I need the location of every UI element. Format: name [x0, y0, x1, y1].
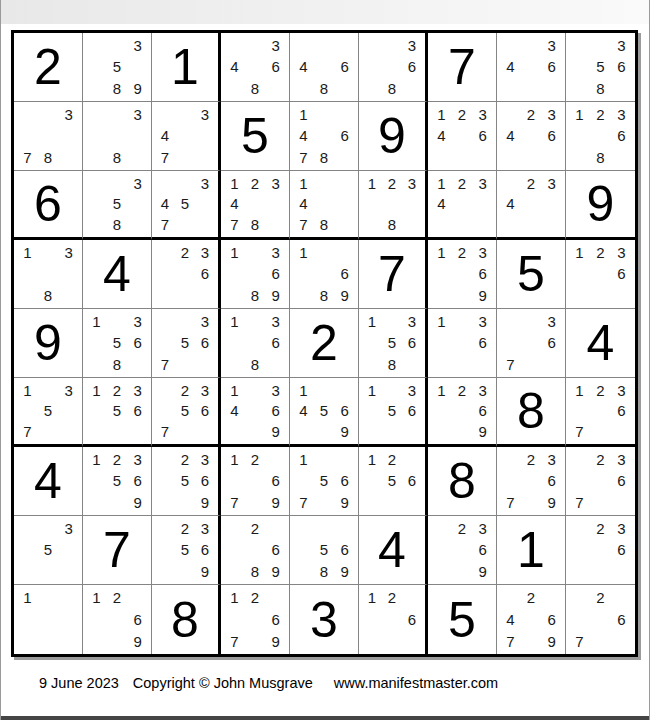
candidate-7 — [431, 354, 452, 375]
candidate-1: 1 — [86, 311, 107, 332]
candidate-8: 8 — [245, 78, 266, 99]
candidate-5 — [590, 401, 611, 422]
candidate-3 — [334, 173, 355, 194]
candidate-4 — [569, 263, 590, 284]
cell-r1c2: 3589 — [83, 33, 152, 102]
candidate-6: 6 — [127, 470, 148, 491]
cell-r9c3: 8 — [152, 585, 221, 654]
candidate-1 — [224, 518, 245, 539]
candidate-9 — [127, 354, 148, 375]
candidate-9: 9 — [265, 492, 286, 513]
cell-r3c9: 9 — [566, 171, 635, 240]
candidate-8 — [382, 421, 402, 442]
candidate-1 — [155, 311, 175, 332]
candidate-7 — [17, 285, 38, 306]
candidate-grid: 13568 — [362, 311, 422, 375]
candidate-8 — [175, 285, 195, 306]
candidate-7 — [362, 630, 382, 652]
cell-r7c5: 15679 — [290, 447, 359, 516]
cell-r6c7: 12369 — [428, 378, 497, 447]
candidate-7 — [431, 421, 452, 442]
candidate-1 — [86, 173, 107, 194]
candidate-8 — [38, 421, 59, 442]
candidate-5 — [590, 609, 611, 631]
candidate-3: 3 — [58, 242, 79, 263]
candidate-8 — [452, 285, 473, 306]
candidate-grid: 123569 — [86, 449, 148, 513]
cell-r8c8: 1 — [497, 516, 566, 585]
candidate-4: 4 — [224, 194, 245, 215]
candidate-5 — [452, 194, 473, 215]
candidate-6: 6 — [195, 332, 215, 353]
candidate-grid: 3457 — [155, 173, 215, 235]
candidate-3 — [334, 518, 355, 539]
candidate-8 — [452, 421, 473, 442]
candidate-8 — [382, 492, 402, 513]
candidate-5 — [245, 332, 266, 353]
candidate-6 — [541, 194, 562, 215]
candidate-9 — [334, 147, 355, 168]
candidate-4 — [569, 470, 590, 491]
candidate-3: 3 — [195, 518, 215, 539]
candidate-7: 7 — [293, 214, 314, 235]
candidate-3: 3 — [541, 311, 562, 332]
candidate-2 — [38, 518, 59, 539]
candidate-5: 5 — [314, 470, 335, 491]
candidate-6: 6 — [541, 125, 562, 146]
candidate-5 — [314, 194, 335, 215]
candidate-2: 2 — [590, 587, 611, 609]
candidate-4: 4 — [293, 401, 314, 422]
candidate-8 — [175, 147, 195, 168]
cell-r2c1: 378 — [14, 102, 83, 171]
candidate-8: 8 — [107, 78, 128, 99]
candidate-grid: 12356 — [86, 380, 148, 442]
candidate-6: 6 — [334, 125, 355, 146]
candidate-5 — [382, 194, 402, 215]
candidate-3: 3 — [611, 518, 632, 539]
candidate-7 — [362, 78, 382, 99]
candidate-6 — [195, 125, 215, 146]
candidate-7 — [569, 78, 590, 99]
big-digit: 7 — [103, 525, 131, 575]
candidate-7: 7 — [500, 354, 521, 375]
candidate-9 — [611, 147, 632, 168]
candidate-5: 5 — [590, 56, 611, 77]
candidate-9: 9 — [472, 285, 493, 306]
big-digit: 2 — [310, 318, 338, 368]
candidate-4 — [293, 263, 314, 284]
candidate-9 — [472, 214, 493, 235]
candidate-1 — [431, 518, 452, 539]
big-digit: 5 — [448, 595, 476, 645]
candidate-4 — [224, 539, 245, 560]
candidate-8 — [521, 78, 542, 99]
candidate-8 — [245, 630, 266, 652]
candidate-7 — [155, 285, 175, 306]
candidate-8: 8 — [314, 285, 335, 306]
candidate-1 — [500, 104, 521, 125]
candidate-2: 2 — [175, 449, 195, 470]
candidate-7 — [86, 630, 107, 652]
candidate-4 — [224, 470, 245, 491]
candidate-9: 9 — [127, 630, 148, 652]
candidate-grid: 12369 — [431, 242, 493, 306]
cell-r3c4: 123478 — [221, 171, 290, 240]
candidate-1 — [155, 104, 175, 125]
candidate-5 — [245, 194, 266, 215]
cell-r9c6: 126 — [359, 585, 428, 654]
candidate-grid: 3468 — [224, 35, 286, 99]
candidate-8 — [107, 630, 128, 652]
candidate-8 — [521, 492, 542, 513]
candidate-9 — [402, 630, 422, 652]
candidate-3 — [334, 380, 355, 401]
candidate-5 — [452, 401, 473, 422]
candidate-1 — [224, 35, 245, 56]
candidate-7 — [569, 147, 590, 168]
candidate-6: 6 — [127, 609, 148, 631]
candidate-2 — [107, 173, 128, 194]
candidate-1 — [293, 518, 314, 539]
candidate-3 — [541, 587, 562, 609]
candidate-6 — [58, 539, 79, 560]
candidate-grid: 12367 — [569, 380, 632, 442]
candidate-6: 6 — [402, 332, 422, 353]
candidate-9 — [58, 561, 79, 582]
candidate-4: 4 — [500, 609, 521, 631]
candidate-3: 3 — [611, 242, 632, 263]
candidate-9 — [265, 354, 286, 375]
candidate-grid: 126 — [362, 587, 422, 652]
cell-r8c6: 4 — [359, 516, 428, 585]
candidate-6: 6 — [334, 263, 355, 284]
cell-r7c7: 8 — [428, 447, 497, 516]
candidate-6: 6 — [265, 539, 286, 560]
candidate-1 — [569, 35, 590, 56]
candidate-3 — [611, 587, 632, 609]
candidate-6: 6 — [402, 609, 422, 631]
candidate-8: 8 — [107, 214, 128, 235]
candidate-grid: 1238 — [362, 173, 422, 235]
candidate-2: 2 — [590, 104, 611, 125]
big-digit: 8 — [517, 386, 545, 436]
big-digit: 4 — [378, 525, 406, 575]
candidate-4: 4 — [155, 125, 175, 146]
candidate-7 — [362, 354, 382, 375]
candidate-6: 6 — [334, 401, 355, 422]
candidate-9 — [127, 421, 148, 442]
candidate-4: 4 — [431, 125, 452, 146]
candidate-7 — [362, 492, 382, 513]
candidate-1 — [500, 587, 521, 609]
candidate-7 — [224, 561, 245, 582]
candidate-1: 1 — [431, 242, 452, 263]
candidate-6: 6 — [265, 332, 286, 353]
candidate-6 — [472, 194, 493, 215]
candidate-grid: 234 — [500, 173, 562, 235]
candidate-4: 4 — [293, 125, 314, 146]
candidate-8 — [245, 421, 266, 442]
candidate-7 — [86, 147, 107, 168]
candidate-2: 2 — [382, 449, 402, 470]
candidate-8: 8 — [38, 147, 59, 168]
big-digit: 3 — [310, 595, 338, 645]
cell-r6c4: 13469 — [221, 378, 290, 447]
candidate-3 — [265, 449, 286, 470]
candidate-7: 7 — [155, 421, 175, 442]
candidate-9 — [195, 147, 215, 168]
candidate-grid: 3589 — [86, 35, 148, 99]
candidate-4: 4 — [431, 194, 452, 215]
candidate-9: 9 — [195, 492, 215, 513]
candidate-2 — [521, 311, 542, 332]
candidate-1: 1 — [17, 587, 38, 609]
candidate-3: 3 — [265, 35, 286, 56]
candidate-1 — [500, 449, 521, 470]
candidate-1: 1 — [293, 242, 314, 263]
candidate-4 — [86, 125, 107, 146]
candidate-4: 4 — [293, 194, 314, 215]
cell-r7c1: 4 — [14, 447, 83, 516]
cell-r6c9: 12367 — [566, 378, 635, 447]
candidate-8 — [38, 561, 59, 582]
candidate-3: 3 — [541, 104, 562, 125]
cell-r8c2: 7 — [83, 516, 152, 585]
cell-r5c1: 9 — [14, 309, 83, 378]
candidate-6: 6 — [611, 609, 632, 631]
candidate-3: 3 — [472, 311, 493, 332]
candidate-4 — [569, 56, 590, 77]
big-digit: 8 — [171, 595, 199, 645]
cell-r5c2: 13568 — [83, 309, 152, 378]
candidate-5 — [314, 263, 335, 284]
candidate-4 — [362, 401, 382, 422]
candidate-grid: 2346 — [500, 104, 562, 168]
candidate-5: 5 — [38, 401, 59, 422]
candidate-1 — [569, 518, 590, 539]
candidate-8: 8 — [590, 78, 611, 99]
candidate-3 — [334, 449, 355, 470]
candidate-2 — [314, 518, 335, 539]
candidate-4 — [86, 609, 107, 631]
candidate-3: 3 — [195, 173, 215, 194]
candidate-6: 6 — [541, 332, 562, 353]
candidate-9 — [402, 354, 422, 375]
candidate-9 — [402, 421, 422, 442]
candidate-4 — [431, 401, 452, 422]
candidate-4: 4 — [224, 401, 245, 422]
candidate-7 — [224, 78, 245, 99]
candidate-4: 4 — [155, 194, 175, 215]
candidate-6: 6 — [472, 332, 493, 353]
candidate-5 — [521, 194, 542, 215]
candidate-grid: 1269 — [86, 587, 148, 652]
candidate-5 — [521, 125, 542, 146]
candidate-4 — [17, 539, 38, 560]
cell-r7c4: 12679 — [221, 447, 290, 516]
candidate-grid: 13689 — [224, 242, 286, 306]
candidate-7 — [362, 421, 382, 442]
candidate-3 — [265, 587, 286, 609]
candidate-2: 2 — [382, 587, 402, 609]
candidate-5: 5 — [382, 470, 402, 491]
candidate-1 — [155, 242, 175, 263]
candidate-3: 3 — [402, 173, 422, 194]
candidate-grid: 2367 — [569, 449, 632, 513]
candidate-7: 7 — [569, 492, 590, 513]
candidate-5: 5 — [175, 539, 195, 560]
candidate-6 — [58, 263, 79, 284]
cell-r4c8: 5 — [497, 240, 566, 309]
candidate-9 — [611, 78, 632, 99]
candidate-grid: 368 — [362, 35, 422, 99]
candidate-5 — [38, 609, 59, 631]
candidate-2: 2 — [107, 587, 128, 609]
candidate-1: 1 — [362, 587, 382, 609]
candidate-grid: 468 — [293, 35, 355, 99]
candidate-1: 1 — [293, 104, 314, 125]
candidate-4: 4 — [500, 194, 521, 215]
candidate-6: 6 — [541, 56, 562, 77]
candidate-9 — [541, 78, 562, 99]
cell-r2c7: 12346 — [428, 102, 497, 171]
candidate-5: 5 — [175, 194, 195, 215]
candidate-2 — [314, 104, 335, 125]
candidate-6 — [58, 609, 79, 631]
candidate-3: 3 — [195, 380, 215, 401]
candidate-4 — [431, 332, 452, 353]
candidate-6: 6 — [611, 263, 632, 284]
cell-r1c8: 346 — [497, 33, 566, 102]
candidate-2 — [382, 35, 402, 56]
cell-r9c7: 5 — [428, 585, 497, 654]
candidate-6: 6 — [127, 401, 148, 422]
candidate-2: 2 — [452, 518, 473, 539]
candidate-4: 4 — [500, 56, 521, 77]
cell-r2c9: 12368 — [566, 102, 635, 171]
candidate-2 — [590, 35, 611, 56]
candidate-9: 9 — [334, 285, 355, 306]
candidate-5 — [382, 609, 402, 631]
cell-r9c1: 1 — [14, 585, 83, 654]
candidate-8 — [175, 492, 195, 513]
candidate-2: 2 — [175, 380, 195, 401]
candidate-9 — [611, 630, 632, 652]
candidate-5 — [38, 263, 59, 284]
candidate-5 — [245, 609, 266, 631]
candidate-9 — [127, 147, 148, 168]
candidate-4: 4 — [224, 56, 245, 77]
candidate-5 — [590, 539, 611, 560]
cell-r2c4: 5 — [221, 102, 290, 171]
candidate-6: 6 — [611, 56, 632, 77]
candidate-2: 2 — [590, 380, 611, 401]
candidate-3: 3 — [541, 449, 562, 470]
candidate-8: 8 — [382, 78, 402, 99]
candidate-4 — [17, 263, 38, 284]
candidate-7 — [86, 354, 107, 375]
candidate-8 — [590, 492, 611, 513]
cell-r2c8: 2346 — [497, 102, 566, 171]
cell-r2c2: 38 — [83, 102, 152, 171]
candidate-5 — [452, 263, 473, 284]
cell-r1c3: 1 — [152, 33, 221, 102]
candidate-1 — [86, 35, 107, 56]
candidate-4 — [362, 470, 382, 491]
candidate-grid: 267 — [569, 587, 632, 652]
candidate-8: 8 — [245, 561, 266, 582]
candidate-8: 8 — [245, 285, 266, 306]
candidate-6: 6 — [127, 332, 148, 353]
candidate-3: 3 — [402, 311, 422, 332]
candidate-grid: 1368 — [224, 311, 286, 375]
cell-r1c1: 2 — [14, 33, 83, 102]
candidate-8 — [521, 214, 542, 235]
candidate-9: 9 — [195, 561, 215, 582]
candidate-3 — [334, 35, 355, 56]
candidate-7: 7 — [569, 630, 590, 652]
candidate-8 — [521, 630, 542, 652]
candidate-6: 6 — [472, 125, 493, 146]
candidate-9 — [334, 214, 355, 235]
candidate-8 — [521, 354, 542, 375]
candidate-7 — [293, 78, 314, 99]
candidate-grid: 14569 — [293, 380, 355, 442]
cell-r1c5: 468 — [290, 33, 359, 102]
candidate-3: 3 — [472, 242, 493, 263]
candidate-grid: 12679 — [224, 587, 286, 652]
candidate-grid: 1256 — [362, 449, 422, 513]
candidate-3 — [127, 587, 148, 609]
candidate-3: 3 — [265, 173, 286, 194]
bottom-bar — [1, 716, 649, 720]
candidate-8 — [590, 561, 611, 582]
candidate-7: 7 — [500, 492, 521, 513]
cell-r3c6: 1238 — [359, 171, 428, 240]
candidate-5: 5 — [175, 470, 195, 491]
candidate-4 — [86, 470, 107, 491]
cell-r4c3: 236 — [152, 240, 221, 309]
cell-r5c8: 367 — [497, 309, 566, 378]
candidate-grid: 12369 — [431, 380, 493, 442]
cell-r3c3: 3457 — [152, 171, 221, 240]
candidate-1: 1 — [224, 242, 245, 263]
candidate-9: 9 — [265, 421, 286, 442]
candidate-9 — [472, 147, 493, 168]
candidate-5 — [245, 401, 266, 422]
cell-r8c7: 2369 — [428, 516, 497, 585]
candidate-grid: 12346 — [431, 104, 493, 168]
candidate-8 — [175, 421, 195, 442]
candidate-8 — [590, 285, 611, 306]
big-digit: 1 — [517, 525, 545, 575]
candidate-1: 1 — [431, 173, 452, 194]
candidate-8: 8 — [314, 147, 335, 168]
candidate-2 — [314, 449, 335, 470]
candidate-7 — [293, 421, 314, 442]
cell-r5c7: 136 — [428, 309, 497, 378]
candidate-1: 1 — [362, 311, 382, 332]
candidate-4 — [569, 125, 590, 146]
candidate-8 — [452, 561, 473, 582]
candidate-2 — [521, 35, 542, 56]
candidate-2: 2 — [452, 173, 473, 194]
candidate-3: 3 — [611, 35, 632, 56]
candidate-5: 5 — [382, 401, 402, 422]
candidate-4: 4 — [293, 56, 314, 77]
cell-r2c5: 14678 — [290, 102, 359, 171]
